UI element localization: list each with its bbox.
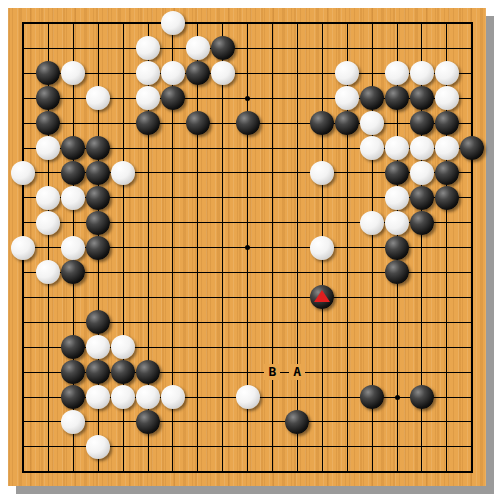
intersection[interactable] (360, 285, 385, 310)
intersection[interactable] (260, 260, 285, 285)
intersection[interactable] (11, 36, 36, 61)
intersection[interactable] (185, 111, 210, 136)
intersection[interactable] (335, 111, 360, 136)
black-stone[interactable] (435, 161, 459, 185)
intersection[interactable] (235, 185, 260, 210)
intersection[interactable] (285, 185, 310, 210)
intersection[interactable] (160, 136, 185, 161)
intersection[interactable] (335, 160, 360, 185)
intersection[interactable] (235, 86, 260, 111)
black-stone[interactable] (211, 36, 235, 60)
intersection[interactable] (409, 260, 434, 285)
intersection[interactable] (459, 360, 484, 385)
intersection[interactable] (185, 185, 210, 210)
intersection[interactable] (36, 360, 61, 385)
white-stone[interactable] (86, 335, 110, 359)
intersection[interactable] (384, 310, 409, 335)
white-stone[interactable] (410, 136, 434, 160)
intersection[interactable] (160, 111, 185, 136)
intersection[interactable] (285, 434, 310, 459)
intersection[interactable] (285, 11, 310, 36)
intersection[interactable] (160, 335, 185, 360)
intersection[interactable] (210, 335, 235, 360)
intersection[interactable] (285, 36, 310, 61)
intersection[interactable] (310, 260, 335, 285)
intersection[interactable] (384, 36, 409, 61)
intersection[interactable] (210, 86, 235, 111)
intersection[interactable] (185, 285, 210, 310)
intersection[interactable] (185, 335, 210, 360)
white-stone[interactable] (161, 61, 185, 85)
intersection[interactable] (409, 111, 434, 136)
intersection[interactable] (384, 360, 409, 385)
intersection[interactable] (260, 11, 285, 36)
intersection[interactable] (285, 335, 310, 360)
intersection[interactable] (185, 384, 210, 409)
intersection[interactable] (86, 360, 111, 385)
black-stone[interactable] (61, 161, 85, 185)
intersection[interactable] (61, 111, 86, 136)
white-stone[interactable] (385, 136, 409, 160)
white-stone[interactable] (86, 385, 110, 409)
intersection[interactable] (86, 459, 111, 484)
intersection[interactable] (409, 11, 434, 36)
intersection[interactable] (310, 310, 335, 335)
intersection[interactable] (434, 459, 459, 484)
intersection[interactable] (235, 409, 260, 434)
intersection[interactable] (11, 111, 36, 136)
intersection[interactable] (335, 136, 360, 161)
intersection[interactable] (136, 310, 161, 335)
intersection[interactable] (235, 11, 260, 36)
intersection[interactable] (409, 235, 434, 260)
white-stone[interactable] (435, 86, 459, 110)
intersection[interactable] (111, 36, 136, 61)
black-stone[interactable] (136, 360, 160, 384)
intersection[interactable] (260, 61, 285, 86)
intersection[interactable] (160, 61, 185, 86)
intersection[interactable] (285, 285, 310, 310)
intersection[interactable] (136, 360, 161, 385)
intersection[interactable] (111, 310, 136, 335)
intersection[interactable] (335, 384, 360, 409)
intersection[interactable] (36, 260, 61, 285)
intersection[interactable] (136, 160, 161, 185)
intersection[interactable] (210, 185, 235, 210)
intersection[interactable] (36, 384, 61, 409)
intersection[interactable] (235, 384, 260, 409)
black-stone[interactable] (61, 136, 85, 160)
intersection[interactable] (260, 86, 285, 111)
white-stone[interactable] (335, 86, 359, 110)
intersection[interactable] (360, 384, 385, 409)
intersection[interactable] (160, 185, 185, 210)
intersection[interactable] (136, 285, 161, 310)
intersection[interactable] (185, 86, 210, 111)
black-stone[interactable] (186, 111, 210, 135)
white-stone[interactable] (385, 211, 409, 235)
intersection[interactable] (285, 111, 310, 136)
black-stone[interactable] (86, 310, 110, 334)
intersection[interactable] (36, 185, 61, 210)
intersection[interactable] (36, 235, 61, 260)
intersection[interactable] (36, 111, 61, 136)
intersection[interactable] (111, 86, 136, 111)
black-stone[interactable] (86, 360, 110, 384)
intersection[interactable] (360, 409, 385, 434)
intersection[interactable] (360, 260, 385, 285)
intersection[interactable] (260, 235, 285, 260)
white-stone[interactable] (11, 236, 35, 260)
intersection[interactable] (384, 160, 409, 185)
intersection[interactable] (111, 160, 136, 185)
white-stone[interactable] (410, 161, 434, 185)
intersection[interactable] (185, 235, 210, 260)
black-stone[interactable] (385, 161, 409, 185)
intersection[interactable] (210, 235, 235, 260)
intersection[interactable] (160, 310, 185, 335)
intersection[interactable] (185, 11, 210, 36)
white-stone[interactable] (236, 385, 260, 409)
intersection[interactable] (160, 409, 185, 434)
intersection[interactable] (459, 11, 484, 36)
white-stone[interactable] (161, 385, 185, 409)
intersection[interactable] (260, 36, 285, 61)
intersection[interactable] (61, 235, 86, 260)
intersection[interactable] (136, 409, 161, 434)
intersection[interactable] (360, 185, 385, 210)
intersection[interactable] (434, 185, 459, 210)
intersection[interactable] (434, 86, 459, 111)
intersection[interactable] (136, 434, 161, 459)
intersection[interactable] (136, 111, 161, 136)
intersection[interactable] (61, 86, 86, 111)
intersection[interactable] (235, 160, 260, 185)
intersection[interactable] (210, 260, 235, 285)
intersection[interactable] (434, 335, 459, 360)
white-stone[interactable] (161, 11, 185, 35)
intersection[interactable] (210, 434, 235, 459)
intersection[interactable] (11, 235, 36, 260)
white-stone[interactable] (36, 186, 60, 210)
white-stone[interactable] (136, 61, 160, 85)
intersection[interactable] (384, 335, 409, 360)
intersection[interactable] (409, 210, 434, 235)
intersection[interactable] (11, 260, 36, 285)
intersection[interactable] (434, 409, 459, 434)
intersection[interactable] (61, 61, 86, 86)
intersection[interactable] (86, 11, 111, 36)
intersection[interactable] (360, 11, 385, 36)
black-stone[interactable] (435, 186, 459, 210)
intersection[interactable] (310, 409, 335, 434)
intersection[interactable] (285, 86, 310, 111)
intersection[interactable] (160, 86, 185, 111)
point-label-A[interactable]: A (289, 364, 305, 380)
intersection[interactable] (111, 185, 136, 210)
intersection[interactable] (409, 285, 434, 310)
intersection[interactable] (185, 136, 210, 161)
intersection[interactable] (11, 384, 36, 409)
intersection[interactable] (384, 210, 409, 235)
black-stone[interactable] (385, 260, 409, 284)
intersection[interactable] (434, 111, 459, 136)
intersection[interactable] (260, 409, 285, 434)
intersection[interactable] (310, 434, 335, 459)
point-label-B[interactable]: B (264, 364, 280, 380)
intersection[interactable] (185, 409, 210, 434)
intersection[interactable] (459, 235, 484, 260)
black-stone[interactable] (310, 285, 334, 309)
intersection[interactable] (310, 210, 335, 235)
intersection[interactable] (260, 285, 285, 310)
intersection[interactable] (235, 310, 260, 335)
intersection[interactable] (335, 61, 360, 86)
intersection[interactable] (136, 11, 161, 36)
intersection[interactable] (11, 285, 36, 310)
intersection[interactable] (61, 335, 86, 360)
intersection[interactable] (185, 434, 210, 459)
black-stone[interactable] (86, 161, 110, 185)
intersection[interactable] (185, 260, 210, 285)
intersection[interactable] (111, 111, 136, 136)
white-stone[interactable] (61, 236, 85, 260)
intersection[interactable] (111, 260, 136, 285)
black-stone[interactable] (86, 236, 110, 260)
intersection[interactable] (409, 36, 434, 61)
black-stone[interactable] (86, 186, 110, 210)
intersection[interactable] (459, 61, 484, 86)
intersection[interactable] (459, 185, 484, 210)
intersection[interactable] (235, 111, 260, 136)
intersection[interactable] (61, 260, 86, 285)
intersection[interactable] (310, 384, 335, 409)
intersection[interactable] (36, 285, 61, 310)
intersection[interactable] (285, 210, 310, 235)
intersection[interactable] (36, 409, 61, 434)
intersection[interactable] (111, 285, 136, 310)
intersection[interactable] (310, 160, 335, 185)
intersection[interactable] (434, 136, 459, 161)
intersection[interactable] (360, 235, 385, 260)
intersection[interactable] (459, 409, 484, 434)
intersection[interactable] (111, 11, 136, 36)
intersection[interactable] (86, 235, 111, 260)
black-stone[interactable] (136, 410, 160, 434)
black-stone[interactable] (161, 86, 185, 110)
intersection[interactable] (335, 11, 360, 36)
intersection[interactable] (310, 185, 335, 210)
intersection[interactable] (86, 136, 111, 161)
intersection[interactable] (310, 136, 335, 161)
intersection[interactable] (310, 111, 335, 136)
intersection[interactable] (360, 36, 385, 61)
intersection[interactable] (360, 160, 385, 185)
intersection[interactable] (335, 335, 360, 360)
black-stone[interactable] (385, 236, 409, 260)
intersection[interactable] (61, 434, 86, 459)
intersection[interactable] (310, 335, 335, 360)
intersection[interactable] (61, 285, 86, 310)
intersection[interactable] (384, 409, 409, 434)
intersection[interactable] (61, 459, 86, 484)
intersection[interactable] (136, 61, 161, 86)
intersection[interactable] (11, 61, 36, 86)
black-stone[interactable] (136, 111, 160, 135)
intersection[interactable]: B (260, 360, 285, 385)
intersection[interactable] (36, 335, 61, 360)
intersection[interactable] (61, 36, 86, 61)
intersection[interactable] (459, 310, 484, 335)
intersection[interactable] (210, 409, 235, 434)
black-stone[interactable] (236, 111, 260, 135)
intersection[interactable] (86, 434, 111, 459)
black-stone[interactable] (111, 360, 135, 384)
intersection[interactable] (210, 111, 235, 136)
white-stone[interactable] (111, 385, 135, 409)
intersection[interactable] (61, 384, 86, 409)
intersection[interactable] (459, 136, 484, 161)
intersection[interactable] (160, 235, 185, 260)
intersection[interactable] (384, 285, 409, 310)
white-stone[interactable] (310, 161, 334, 185)
intersection[interactable] (160, 210, 185, 235)
intersection[interactable] (86, 310, 111, 335)
white-stone[interactable] (385, 61, 409, 85)
intersection[interactable] (61, 409, 86, 434)
intersection[interactable] (36, 160, 61, 185)
intersection[interactable] (136, 136, 161, 161)
intersection[interactable] (86, 111, 111, 136)
intersection[interactable] (310, 360, 335, 385)
intersection[interactable] (260, 185, 285, 210)
intersection[interactable] (260, 210, 285, 235)
intersection[interactable] (459, 260, 484, 285)
intersection[interactable] (160, 285, 185, 310)
intersection[interactable] (434, 61, 459, 86)
intersection[interactable] (335, 285, 360, 310)
intersection[interactable] (409, 360, 434, 385)
intersection[interactable] (210, 136, 235, 161)
intersection[interactable] (360, 360, 385, 385)
intersection[interactable] (335, 86, 360, 111)
intersection[interactable] (36, 36, 61, 61)
intersection[interactable] (86, 260, 111, 285)
white-stone[interactable] (86, 86, 110, 110)
intersection[interactable] (310, 61, 335, 86)
intersection[interactable] (185, 310, 210, 335)
intersection[interactable] (210, 384, 235, 409)
intersection[interactable] (111, 210, 136, 235)
intersection[interactable] (360, 210, 385, 235)
intersection[interactable] (335, 210, 360, 235)
intersection[interactable] (360, 310, 385, 335)
white-stone[interactable] (61, 61, 85, 85)
intersection[interactable] (111, 136, 136, 161)
intersection[interactable] (185, 360, 210, 385)
intersection[interactable] (434, 384, 459, 409)
intersection[interactable] (285, 459, 310, 484)
intersection[interactable] (260, 459, 285, 484)
intersection[interactable] (210, 459, 235, 484)
white-stone[interactable] (111, 335, 135, 359)
intersection[interactable] (335, 434, 360, 459)
black-stone[interactable] (360, 385, 384, 409)
intersection[interactable] (136, 36, 161, 61)
intersection[interactable] (160, 36, 185, 61)
intersection[interactable] (260, 111, 285, 136)
intersection[interactable] (409, 335, 434, 360)
black-stone[interactable] (36, 61, 60, 85)
intersection[interactable] (136, 335, 161, 360)
intersection[interactable] (285, 310, 310, 335)
intersection[interactable] (185, 210, 210, 235)
black-stone[interactable] (460, 136, 484, 160)
intersection[interactable] (409, 310, 434, 335)
intersection[interactable] (11, 160, 36, 185)
intersection[interactable] (235, 434, 260, 459)
intersection[interactable] (360, 434, 385, 459)
intersection[interactable] (235, 36, 260, 61)
black-stone[interactable] (410, 211, 434, 235)
intersection[interactable] (11, 409, 36, 434)
intersection[interactable] (86, 61, 111, 86)
intersection[interactable] (160, 434, 185, 459)
intersection[interactable] (61, 160, 86, 185)
black-stone[interactable] (61, 335, 85, 359)
intersection[interactable] (360, 459, 385, 484)
intersection[interactable] (86, 384, 111, 409)
white-stone[interactable] (410, 61, 434, 85)
intersection[interactable] (409, 136, 434, 161)
intersection[interactable] (111, 61, 136, 86)
intersection[interactable] (235, 360, 260, 385)
intersection[interactable] (384, 235, 409, 260)
white-stone[interactable] (335, 61, 359, 85)
intersection[interactable] (459, 160, 484, 185)
intersection[interactable] (335, 310, 360, 335)
intersection[interactable] (285, 409, 310, 434)
intersection[interactable] (285, 260, 310, 285)
intersection[interactable] (210, 11, 235, 36)
white-stone[interactable] (211, 61, 235, 85)
intersection[interactable] (459, 285, 484, 310)
intersection[interactable] (235, 459, 260, 484)
intersection[interactable] (61, 11, 86, 36)
intersection[interactable] (11, 86, 36, 111)
intersection[interactable] (434, 260, 459, 285)
intersection[interactable] (235, 285, 260, 310)
intersection[interactable] (11, 11, 36, 36)
intersection[interactable] (235, 235, 260, 260)
intersection[interactable] (335, 409, 360, 434)
go-board[interactable]: BA (8, 8, 486, 486)
intersection[interactable] (136, 459, 161, 484)
black-stone[interactable] (360, 86, 384, 110)
white-stone[interactable] (61, 410, 85, 434)
intersection[interactable] (11, 360, 36, 385)
intersection[interactable] (111, 360, 136, 385)
intersection[interactable] (185, 459, 210, 484)
intersection[interactable] (11, 335, 36, 360)
intersection[interactable] (210, 360, 235, 385)
intersection[interactable] (360, 136, 385, 161)
white-stone[interactable] (360, 111, 384, 135)
intersection[interactable] (86, 36, 111, 61)
intersection[interactable] (285, 61, 310, 86)
intersection[interactable] (360, 335, 385, 360)
intersection[interactable] (260, 310, 285, 335)
